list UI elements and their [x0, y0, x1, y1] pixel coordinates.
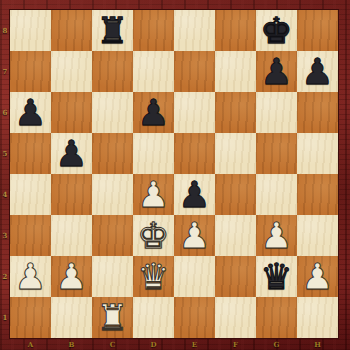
file-label-h: H: [297, 338, 338, 350]
square-h3[interactable]: [297, 215, 338, 256]
square-f3[interactable]: [215, 215, 256, 256]
square-h2[interactable]: ♟: [297, 256, 338, 297]
black-pawn: ♟: [301, 51, 333, 92]
square-a7[interactable]: [10, 51, 51, 92]
rank-label-7: 7: [0, 51, 10, 92]
square-h7[interactable]: ♟: [297, 51, 338, 92]
file-label-d: D: [133, 338, 174, 350]
white-pawn: ♟: [137, 174, 169, 215]
square-e4[interactable]: ♟: [174, 174, 215, 215]
square-g4[interactable]: [256, 174, 297, 215]
file-label-e: E: [174, 338, 215, 350]
square-d6[interactable]: ♟: [133, 92, 174, 133]
rank-label-2: 2: [0, 256, 10, 297]
file-label-g: G: [256, 338, 297, 350]
square-e5[interactable]: [174, 133, 215, 174]
white-pawn: ♟: [301, 256, 333, 297]
black-king: ♚: [260, 10, 292, 51]
square-d4[interactable]: ♟: [133, 174, 174, 215]
square-a3[interactable]: [10, 215, 51, 256]
square-b2[interactable]: ♟: [51, 256, 92, 297]
square-f6[interactable]: [215, 92, 256, 133]
chess-board: ♜♚♟♟♟♟♟♟♟♚♟♟♟♟♛♛♟♜: [10, 10, 338, 338]
white-queen: ♛: [137, 256, 169, 297]
square-e7[interactable]: [174, 51, 215, 92]
square-g5[interactable]: [256, 133, 297, 174]
square-c8[interactable]: ♜: [92, 10, 133, 51]
rank-label-5: 5: [0, 133, 10, 174]
file-labels: ABCDEFGH: [10, 338, 338, 350]
square-f8[interactable]: [215, 10, 256, 51]
rank-label-3: 3: [0, 215, 10, 256]
square-a1[interactable]: [10, 297, 51, 338]
black-pawn: ♟: [178, 174, 210, 215]
square-b5[interactable]: ♟: [51, 133, 92, 174]
square-b4[interactable]: [51, 174, 92, 215]
square-d1[interactable]: [133, 297, 174, 338]
square-b6[interactable]: [51, 92, 92, 133]
rank-label-6: 6: [0, 92, 10, 133]
white-king: ♚: [137, 215, 169, 256]
square-g2[interactable]: ♛: [256, 256, 297, 297]
square-c1[interactable]: ♜: [92, 297, 133, 338]
square-g3[interactable]: ♟: [256, 215, 297, 256]
square-d2[interactable]: ♛: [133, 256, 174, 297]
black-rook: ♜: [96, 10, 128, 51]
file-label-f: F: [215, 338, 256, 350]
square-d3[interactable]: ♚: [133, 215, 174, 256]
file-label-a: A: [10, 338, 51, 350]
square-c7[interactable]: [92, 51, 133, 92]
square-e1[interactable]: [174, 297, 215, 338]
white-pawn: ♟: [55, 256, 87, 297]
rank-label-4: 4: [0, 174, 10, 215]
square-a2[interactable]: ♟: [10, 256, 51, 297]
square-e3[interactable]: ♟: [174, 215, 215, 256]
square-c4[interactable]: [92, 174, 133, 215]
square-h8[interactable]: [297, 10, 338, 51]
square-a4[interactable]: [10, 174, 51, 215]
rank-label-8: 8: [0, 10, 10, 51]
square-c6[interactable]: [92, 92, 133, 133]
black-pawn: ♟: [137, 92, 169, 133]
square-a5[interactable]: [10, 133, 51, 174]
square-d5[interactable]: [133, 133, 174, 174]
white-pawn: ♟: [14, 256, 46, 297]
square-b1[interactable]: [51, 297, 92, 338]
white-pawn: ♟: [260, 215, 292, 256]
square-f7[interactable]: [215, 51, 256, 92]
white-rook: ♜: [96, 297, 128, 338]
black-pawn: ♟: [55, 133, 87, 174]
black-queen: ♛: [260, 256, 292, 297]
square-e6[interactable]: [174, 92, 215, 133]
black-pawn: ♟: [14, 92, 46, 133]
black-pawn: ♟: [260, 51, 292, 92]
square-f1[interactable]: [215, 297, 256, 338]
square-a8[interactable]: [10, 10, 51, 51]
square-c3[interactable]: [92, 215, 133, 256]
square-e2[interactable]: [174, 256, 215, 297]
square-g8[interactable]: ♚: [256, 10, 297, 51]
square-g6[interactable]: [256, 92, 297, 133]
square-h6[interactable]: [297, 92, 338, 133]
square-f4[interactable]: [215, 174, 256, 215]
chess-diagram: ♜♚♟♟♟♟♟♟♟♚♟♟♟♟♛♛♟♜ 87654321 ABCDEFGH: [0, 0, 350, 350]
square-e8[interactable]: [174, 10, 215, 51]
square-d8[interactable]: [133, 10, 174, 51]
square-f5[interactable]: [215, 133, 256, 174]
rank-labels: 87654321: [0, 10, 10, 338]
white-pawn: ♟: [178, 215, 210, 256]
square-g7[interactable]: ♟: [256, 51, 297, 92]
square-b3[interactable]: [51, 215, 92, 256]
file-label-b: B: [51, 338, 92, 350]
square-d7[interactable]: [133, 51, 174, 92]
square-h4[interactable]: [297, 174, 338, 215]
square-c2[interactable]: [92, 256, 133, 297]
rank-label-1: 1: [0, 297, 10, 338]
square-h5[interactable]: [297, 133, 338, 174]
square-g1[interactable]: [256, 297, 297, 338]
square-a6[interactable]: ♟: [10, 92, 51, 133]
square-b8[interactable]: [51, 10, 92, 51]
square-f2[interactable]: [215, 256, 256, 297]
file-label-c: C: [92, 338, 133, 350]
square-h1[interactable]: [297, 297, 338, 338]
square-c5[interactable]: [92, 133, 133, 174]
square-b7[interactable]: [51, 51, 92, 92]
